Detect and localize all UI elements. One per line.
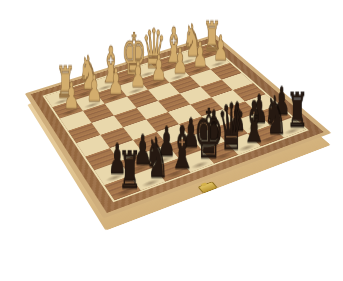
piece-white-pawn[interactable]: ♟ xyxy=(63,78,79,114)
piece-white-pawn[interactable]: ♟ xyxy=(86,71,102,107)
board-playing-area: ♜♞♝♚♛♝♞♜♟♟♟♟♟♟♟♟♟♟♟♟♟♟♟♟♜♞♝♚♛♝♞♜ xyxy=(42,43,308,202)
piece-white-pawn[interactable]: ♟ xyxy=(192,38,207,73)
piece-white-pawn[interactable]: ♟ xyxy=(213,32,228,66)
piece-white-pawn[interactable]: ♟ xyxy=(130,58,146,93)
piece-black-knight[interactable]: ♞ xyxy=(144,131,162,186)
brass-clasp-icon xyxy=(198,181,218,193)
piece-black-bishop[interactable]: ♝ xyxy=(169,118,187,177)
piece-white-pawn[interactable]: ♟ xyxy=(151,51,166,86)
chess-board: ♜♞♝♚♛♝♞♜♟♟♟♟♟♟♟♟♟♟♟♟♟♟♟♟♜♞♝♚♛♝♞♜ xyxy=(25,34,332,218)
board-grid: ♜♞♝♚♛♝♞♜♟♟♟♟♟♟♟♟♟♟♟♟♟♟♟♟♜♞♝♚♛♝♞♜ xyxy=(45,44,306,200)
piece-white-pawn[interactable]: ♟ xyxy=(172,45,187,80)
piece-black-rook[interactable]: ♜ xyxy=(118,144,137,195)
piece-black-rook[interactable]: ♜ xyxy=(286,86,303,134)
chess-set-photo: ♜♞♝♚♛♝♞♜♟♟♟♟♟♟♟♟♟♟♟♟♟♟♟♟♜♞♝♚♛♝♞♜ xyxy=(0,0,343,281)
piece-black-king[interactable]: ♚ xyxy=(193,101,211,168)
piece-white-pawn[interactable]: ♟ xyxy=(108,64,124,100)
